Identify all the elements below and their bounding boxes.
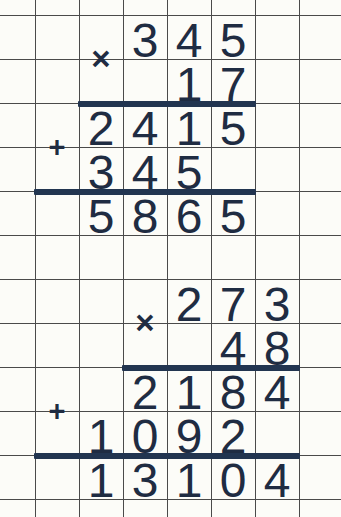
digit-cell-r4c5: 1 <box>167 103 211 147</box>
digit-cell-r2c4: 3 <box>123 15 167 59</box>
digit-cell-r5c3: 3 <box>79 147 123 191</box>
digit-cell-r10c6: 8 <box>211 367 255 411</box>
digit-cell-r11c4: 0 <box>123 411 167 455</box>
digit-cell-r12c3: 1 <box>79 455 123 499</box>
digit-cell-r10c4: 2 <box>123 367 167 411</box>
digit-cell-r6c4: 8 <box>123 191 167 235</box>
digit-cell-r4c4: 4 <box>123 103 167 147</box>
digit-cell-r6c6: 5 <box>211 191 255 235</box>
digit-cell-r11c5: 9 <box>167 411 211 455</box>
digit-cell-r2c5: 4 <box>167 15 211 59</box>
digit-cell-r11c3: 1 <box>79 411 123 455</box>
plus-sign-problem1: + <box>35 125 79 169</box>
multiply-sign-problem2: × <box>123 301 167 345</box>
digit-cell-r3c5: 1 <box>167 59 211 103</box>
digit-cell-r10c7: 4 <box>255 367 299 411</box>
digit-cell-r4c3: 2 <box>79 103 123 147</box>
digit-cell-r3c6: 7 <box>211 59 255 103</box>
plus-sign-problem2: + <box>35 389 79 433</box>
digit-cell-r9c6: 4 <box>211 323 255 367</box>
graph-paper-sheet: 3451724153455865273482184109213104×+×+ <box>0 0 341 517</box>
digit-cell-r10c5: 1 <box>167 367 211 411</box>
multiply-sign-problem1: × <box>79 37 123 81</box>
digit-cell-r12c6: 0 <box>211 455 255 499</box>
digit-cell-r2c6: 5 <box>211 15 255 59</box>
digit-cell-r5c5: 5 <box>167 147 211 191</box>
multiplication-worksheet-board: 3451724153455865273482184109213104×+×+ <box>0 0 341 517</box>
digit-cell-r8c7: 3 <box>255 279 299 323</box>
digit-cell-r9c7: 8 <box>255 323 299 367</box>
digit-cell-r12c7: 4 <box>255 455 299 499</box>
digit-cell-r6c3: 5 <box>79 191 123 235</box>
digit-cell-r6c5: 6 <box>167 191 211 235</box>
digit-cell-r11c6: 2 <box>211 411 255 455</box>
digit-cell-r12c4: 3 <box>123 455 167 499</box>
digit-cell-r8c6: 7 <box>211 279 255 323</box>
digit-cell-r8c5: 2 <box>167 279 211 323</box>
digit-cell-r4c6: 5 <box>211 103 255 147</box>
digit-cell-r12c5: 1 <box>167 455 211 499</box>
digit-cell-r5c4: 4 <box>123 147 167 191</box>
